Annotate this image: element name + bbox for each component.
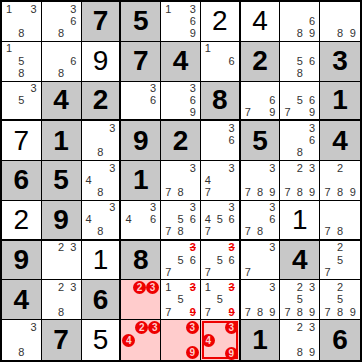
cell-r7c4[interactable]: 8 bbox=[121, 241, 161, 281]
cell-r5c6[interactable]: 347 bbox=[201, 161, 241, 201]
highlighted-candidate-2: 2 bbox=[135, 321, 148, 334]
cell-r7c7[interactable]: 37 bbox=[241, 241, 281, 281]
candidate-9: 9 bbox=[306, 346, 318, 359]
cell-r9c3[interactable]: 5 bbox=[82, 320, 122, 360]
highlighted-candidate-9: 9 bbox=[225, 347, 238, 360]
highlighted-candidate-slot-3: 3 bbox=[225, 321, 238, 334]
candidate-7: 7 bbox=[321, 266, 334, 278]
cell-r8c6[interactable]: 13579 bbox=[201, 280, 241, 320]
given-digit: 5 bbox=[121, 2, 160, 41]
candidate-6: 6 bbox=[226, 214, 238, 226]
candidate-7: 7 bbox=[202, 306, 214, 318]
pencil-marks: 138 bbox=[2, 2, 41, 41]
candidate-3: 3 bbox=[106, 162, 118, 174]
cell-r9c2[interactable]: 7 bbox=[42, 320, 82, 360]
given-digit: 9 bbox=[42, 201, 81, 239]
cell-r3c1[interactable]: 35 bbox=[2, 82, 42, 122]
cell-r6c2[interactable]: 9 bbox=[42, 201, 82, 241]
pencil-marks: 238 bbox=[42, 280, 81, 319]
candidate-3: 3 bbox=[226, 122, 238, 134]
candidate-7: 7 bbox=[321, 226, 334, 238]
pencil-marks: 34567 bbox=[201, 201, 239, 239]
candidate-7: 7 bbox=[162, 306, 174, 318]
candidate-8: 8 bbox=[294, 147, 306, 159]
eliminated-candidate-9: 9 bbox=[187, 306, 199, 318]
given-digit: 2 bbox=[161, 121, 200, 160]
solved-digit: 2 bbox=[2, 201, 41, 239]
candidate-2: 2 bbox=[294, 281, 306, 293]
cell-r9c6[interactable]: 349 bbox=[201, 320, 241, 360]
candidate-3: 3 bbox=[187, 202, 199, 214]
given-digit: 6 bbox=[82, 280, 120, 319]
cell-r9c4[interactable]: 234 bbox=[121, 320, 161, 360]
pencil-marks: 23 bbox=[42, 241, 81, 280]
candidate-6: 6 bbox=[266, 94, 278, 106]
candidate-1: 1 bbox=[162, 3, 174, 15]
cell-r5c7[interactable]: 3789 bbox=[241, 161, 281, 201]
candidate-8: 8 bbox=[174, 187, 186, 199]
highlighted-candidate-4: 4 bbox=[202, 334, 215, 347]
given-digit: 7 bbox=[42, 320, 81, 360]
candidate-5: 5 bbox=[174, 294, 186, 306]
cell-r7c9[interactable]: 257 bbox=[320, 241, 360, 281]
pencil-marks: 39 bbox=[161, 320, 200, 360]
pencil-marks: 2789 bbox=[320, 161, 360, 200]
given-digit: 4 bbox=[280, 241, 319, 280]
pencil-marks: 38 bbox=[82, 121, 120, 160]
cell-r6c1[interactable]: 2 bbox=[2, 201, 42, 241]
candidate-6: 6 bbox=[187, 15, 199, 27]
candidate-9: 9 bbox=[266, 306, 278, 318]
cell-r2c3[interactable]: 9 bbox=[82, 42, 122, 82]
eliminated-candidate-9: 9 bbox=[226, 306, 238, 318]
candidate-8: 8 bbox=[294, 306, 306, 318]
given-digit: 1 bbox=[121, 161, 160, 200]
candidate-7: 7 bbox=[162, 187, 174, 199]
given-digit: 4 bbox=[320, 121, 360, 160]
cell-r2c1[interactable]: 158 bbox=[2, 42, 42, 82]
candidate-3: 3 bbox=[306, 321, 318, 334]
candidate-8: 8 bbox=[55, 67, 67, 79]
highlighted-candidate-9: 9 bbox=[186, 346, 199, 359]
cell-r3c7[interactable]: 679 bbox=[241, 82, 281, 122]
cell-r3c9[interactable]: 1 bbox=[320, 82, 360, 122]
pencil-marks: 3678 bbox=[241, 201, 280, 239]
pencil-marks: 234 bbox=[121, 320, 160, 360]
cell-r7c1[interactable]: 9 bbox=[2, 241, 42, 281]
candidate-1: 1 bbox=[3, 43, 15, 55]
candidate-3: 3 bbox=[67, 242, 79, 254]
candidate-8: 8 bbox=[294, 67, 306, 79]
cell-r1c6[interactable]: 2 bbox=[201, 2, 241, 42]
candidate-7: 7 bbox=[162, 266, 174, 278]
candidate-8: 8 bbox=[55, 306, 67, 318]
cell-r3c5[interactable]: 369 bbox=[161, 82, 201, 122]
candidate-8: 8 bbox=[334, 187, 347, 199]
solved-digit: 9 bbox=[82, 42, 120, 81]
given-digit: 4 bbox=[42, 82, 81, 120]
pencil-marks: 369 bbox=[161, 82, 200, 120]
candidate-7: 7 bbox=[242, 266, 254, 278]
highlighted-candidate-3: 3 bbox=[146, 281, 159, 294]
cell-r5c2[interactable]: 5 bbox=[42, 161, 82, 201]
cell-r9c5[interactable]: 39 bbox=[161, 320, 201, 360]
candidate-5: 5 bbox=[174, 254, 186, 266]
candidate-3: 3 bbox=[106, 202, 118, 214]
highlighted-candidate-slot-9: 9 bbox=[186, 346, 199, 359]
candidate-3: 3 bbox=[28, 83, 40, 95]
candidate-3: 3 bbox=[226, 202, 238, 214]
candidate-3: 3 bbox=[266, 162, 278, 174]
pencil-marks: 68 bbox=[42, 42, 81, 81]
candidate-3: 3 bbox=[28, 321, 40, 334]
cell-r6c8[interactable]: 1 bbox=[280, 201, 320, 241]
candidate-3: 3 bbox=[306, 281, 318, 293]
candidate-6: 6 bbox=[67, 15, 79, 27]
cell-r2c5[interactable]: 4 bbox=[161, 42, 201, 82]
cell-r9c7[interactable]: 1 bbox=[241, 320, 281, 360]
candidate-3: 3 bbox=[306, 162, 318, 174]
cell-r6c4[interactable]: 346 bbox=[121, 201, 161, 241]
pencil-marks: 89 bbox=[320, 2, 360, 41]
solved-digit: 7 bbox=[2, 121, 41, 160]
candidate-7: 7 bbox=[162, 226, 174, 238]
cell-r5c5[interactable]: 378 bbox=[161, 161, 201, 201]
candidate-9: 9 bbox=[346, 187, 359, 199]
cell-r5c1[interactable]: 6 bbox=[2, 161, 42, 201]
pencil-marks: 368 bbox=[280, 121, 319, 160]
cell-r5c9[interactable]: 2789 bbox=[320, 161, 360, 201]
pencil-marks: 348 bbox=[82, 161, 120, 200]
cell-r1c3[interactable]: 7 bbox=[82, 2, 122, 42]
highlighted-candidate-3: 3 bbox=[225, 321, 238, 334]
candidate-9: 9 bbox=[266, 106, 278, 118]
cell-r1c1[interactable]: 138 bbox=[2, 2, 42, 42]
eliminated-candidate-3: 3 bbox=[226, 242, 238, 254]
pencil-marks: 257 bbox=[320, 241, 360, 280]
sudoku-board: 1383687513692468989158689741625683354236… bbox=[0, 0, 362, 362]
candidate-7: 7 bbox=[321, 187, 334, 199]
candidate-5: 5 bbox=[15, 55, 27, 67]
given-digit: 9 bbox=[2, 241, 41, 280]
pencil-marks: 3789 bbox=[241, 161, 280, 200]
candidate-8: 8 bbox=[55, 28, 67, 40]
candidate-6: 6 bbox=[306, 15, 318, 27]
cell-r1c7[interactable]: 4 bbox=[241, 2, 281, 42]
candidate-6: 6 bbox=[147, 94, 159, 106]
cell-r3c6[interactable]: 8 bbox=[201, 82, 241, 122]
cell-r4c3[interactable]: 38 bbox=[82, 121, 122, 161]
cell-r4c6[interactable]: 36 bbox=[201, 121, 241, 161]
candidate-8: 8 bbox=[294, 346, 306, 359]
candidate-9: 9 bbox=[346, 306, 359, 318]
candidate-8: 8 bbox=[254, 306, 266, 318]
pencil-marks: 2389 bbox=[280, 320, 319, 360]
pencil-marks: 368 bbox=[42, 2, 81, 41]
candidate-6: 6 bbox=[187, 254, 199, 266]
given-digit: 2 bbox=[241, 42, 280, 81]
cell-r4c8[interactable]: 368 bbox=[280, 121, 320, 161]
given-digit: 8 bbox=[121, 241, 160, 280]
given-digit: 5 bbox=[241, 121, 280, 160]
highlighted-candidate-4: 4 bbox=[122, 334, 135, 347]
candidate-9: 9 bbox=[306, 28, 318, 40]
cell-r7c6[interactable]: 3567 bbox=[201, 241, 241, 281]
cell-r6c9[interactable]: 78 bbox=[320, 201, 360, 241]
pencil-marks: 5679 bbox=[280, 82, 319, 120]
pencil-marks: 3567 bbox=[161, 241, 200, 280]
cell-r5c8[interactable]: 23789 bbox=[280, 161, 320, 201]
candidate-8: 8 bbox=[334, 306, 347, 318]
candidate-2: 2 bbox=[55, 242, 67, 254]
candidate-2: 2 bbox=[294, 321, 306, 334]
candidate-3: 3 bbox=[187, 83, 199, 95]
solved-digit: 1 bbox=[280, 201, 319, 239]
cell-r8c9[interactable]: 25789 bbox=[320, 280, 360, 320]
candidate-4: 4 bbox=[122, 214, 134, 226]
cell-r8c8[interactable]: 235789 bbox=[280, 280, 320, 320]
cell-r2c9[interactable]: 3 bbox=[320, 42, 360, 82]
candidate-8: 8 bbox=[174, 226, 186, 238]
cell-r8c5[interactable]: 13579 bbox=[161, 280, 201, 320]
candidate-7: 7 bbox=[202, 187, 214, 199]
cell-r4c4[interactable]: 9 bbox=[121, 121, 161, 161]
given-digit: 9 bbox=[121, 121, 160, 160]
candidate-7: 7 bbox=[281, 187, 293, 199]
candidate-6: 6 bbox=[306, 55, 318, 67]
candidate-9: 9 bbox=[187, 28, 199, 40]
highlighted-candidate-3: 3 bbox=[186, 321, 199, 334]
highlighted-candidate-slot-3: 3 bbox=[148, 321, 161, 334]
cell-r1c9[interactable]: 89 bbox=[320, 2, 360, 42]
candidate-1: 1 bbox=[3, 3, 15, 15]
cell-r6c6[interactable]: 34567 bbox=[201, 201, 241, 241]
candidate-9: 9 bbox=[306, 106, 318, 118]
candidate-1: 1 bbox=[202, 43, 214, 55]
candidate-3: 3 bbox=[266, 202, 278, 214]
candidate-2: 2 bbox=[334, 281, 347, 293]
cell-r8c4[interactable]: 23 bbox=[121, 280, 161, 320]
cell-r8c1[interactable]: 4 bbox=[2, 280, 42, 320]
cell-r4c1[interactable]: 7 bbox=[2, 121, 42, 161]
candidate-7: 7 bbox=[281, 306, 293, 318]
candidate-1: 1 bbox=[162, 281, 174, 293]
pencil-marks: 3567 bbox=[201, 241, 239, 280]
candidate-5: 5 bbox=[294, 294, 306, 306]
cell-r4c5[interactable]: 2 bbox=[161, 121, 201, 161]
given-digit: 7 bbox=[82, 2, 120, 41]
cell-r3c3[interactable]: 2 bbox=[82, 82, 122, 122]
candidate-6: 6 bbox=[306, 94, 318, 106]
candidate-8: 8 bbox=[15, 67, 27, 79]
candidate-8: 8 bbox=[15, 346, 27, 359]
cell-r7c2[interactable]: 23 bbox=[42, 241, 82, 281]
candidate-4: 4 bbox=[202, 214, 214, 226]
cell-r6c5[interactable]: 35678 bbox=[161, 201, 201, 241]
candidate-3: 3 bbox=[226, 162, 238, 174]
candidate-3: 3 bbox=[266, 281, 278, 293]
given-digit: 2 bbox=[82, 82, 120, 120]
highlighted-candidate-3: 3 bbox=[148, 321, 161, 334]
candidate-8: 8 bbox=[334, 28, 347, 40]
cell-r5c3[interactable]: 348 bbox=[82, 161, 122, 201]
candidate-6: 6 bbox=[266, 214, 278, 226]
solved-digit: 4 bbox=[241, 2, 280, 41]
candidate-4: 4 bbox=[202, 174, 214, 186]
cell-r6c3[interactable]: 348 bbox=[82, 201, 122, 241]
highlighted-candidate-2: 2 bbox=[133, 281, 146, 294]
cell-r3c4[interactable]: 36 bbox=[121, 82, 161, 122]
candidate-3: 3 bbox=[147, 83, 159, 95]
candidate-7: 7 bbox=[202, 226, 214, 238]
cell-r7c5[interactable]: 3567 bbox=[161, 241, 201, 281]
candidate-6: 6 bbox=[67, 55, 79, 67]
pencil-marks: 13579 bbox=[161, 280, 200, 319]
cell-r8c2[interactable]: 238 bbox=[42, 280, 82, 320]
candidate-7: 7 bbox=[242, 187, 254, 199]
cell-r2c2[interactable]: 68 bbox=[42, 42, 82, 82]
given-digit: 4 bbox=[161, 42, 200, 81]
candidate-9: 9 bbox=[187, 106, 199, 118]
cell-r4c2[interactable]: 1 bbox=[42, 121, 82, 161]
candidate-8: 8 bbox=[254, 187, 266, 199]
cell-r9c1[interactable]: 38 bbox=[2, 320, 42, 360]
highlighted-candidate-slot-3: 3 bbox=[146, 281, 159, 294]
cell-r9c8[interactable]: 2389 bbox=[280, 320, 320, 360]
candidate-6: 6 bbox=[306, 135, 318, 147]
candidate-3: 3 bbox=[28, 3, 40, 15]
candidate-8: 8 bbox=[94, 226, 106, 238]
pencil-marks: 347 bbox=[201, 161, 239, 200]
candidate-7: 7 bbox=[281, 106, 293, 118]
pencil-marks: 37 bbox=[241, 241, 280, 280]
candidate-9: 9 bbox=[306, 306, 318, 318]
cell-r4c7[interactable]: 5 bbox=[241, 121, 281, 161]
pencil-marks: 13579 bbox=[201, 280, 239, 319]
pencil-marks: 36 bbox=[121, 82, 160, 120]
eliminated-candidate-3: 3 bbox=[226, 281, 238, 293]
cell-r8c7[interactable]: 3789 bbox=[241, 280, 281, 320]
cell-r6c7[interactable]: 3678 bbox=[241, 201, 281, 241]
pencil-marks: 36 bbox=[201, 121, 239, 160]
candidate-3: 3 bbox=[67, 3, 79, 15]
candidate-1: 1 bbox=[202, 281, 214, 293]
given-digit: 7 bbox=[121, 42, 160, 81]
given-digit: 6 bbox=[320, 320, 360, 360]
given-digit: 1 bbox=[42, 121, 81, 160]
cell-r2c4[interactable]: 7 bbox=[121, 42, 161, 82]
eliminated-candidate-3: 3 bbox=[187, 242, 199, 254]
solved-digit: 5 bbox=[82, 320, 120, 360]
cell-r2c7[interactable]: 2 bbox=[241, 42, 281, 82]
pencil-marks: 158 bbox=[2, 42, 41, 81]
highlighted-candidate-slot-3: 3 bbox=[186, 321, 199, 334]
candidate-8: 8 bbox=[334, 226, 347, 238]
candidate-8: 8 bbox=[15, 28, 27, 40]
cell-r1c5[interactable]: 1369 bbox=[161, 2, 201, 42]
cell-r1c4[interactable]: 5 bbox=[121, 2, 161, 42]
candidate-7: 7 bbox=[202, 266, 214, 278]
pencil-marks: 16 bbox=[201, 42, 239, 81]
given-digit: 4 bbox=[2, 280, 41, 319]
candidate-6: 6 bbox=[187, 94, 199, 106]
cell-r5c4[interactable]: 1 bbox=[121, 161, 161, 201]
candidate-9: 9 bbox=[306, 187, 318, 199]
candidate-8: 8 bbox=[294, 187, 306, 199]
cell-r1c8[interactable]: 689 bbox=[280, 2, 320, 42]
cell-r2c8[interactable]: 568 bbox=[280, 42, 320, 82]
pencil-marks: 568 bbox=[280, 42, 319, 81]
given-digit: 3 bbox=[320, 42, 360, 81]
cell-r7c3[interactable]: 1 bbox=[82, 241, 122, 281]
pencil-marks: 78 bbox=[320, 201, 360, 239]
candidate-2: 2 bbox=[334, 242, 347, 254]
highlighted-candidate-slot-9: 9 bbox=[225, 347, 238, 360]
pencil-marks: 689 bbox=[280, 2, 319, 41]
given-digit: 6 bbox=[2, 161, 41, 200]
candidate-5: 5 bbox=[214, 294, 226, 306]
candidate-6: 6 bbox=[226, 254, 238, 266]
given-digit: 5 bbox=[42, 161, 81, 200]
candidate-5: 5 bbox=[174, 214, 186, 226]
cell-r7c8[interactable]: 4 bbox=[280, 241, 320, 281]
pencil-marks: 25789 bbox=[320, 280, 360, 319]
candidate-6: 6 bbox=[187, 214, 199, 226]
candidate-5: 5 bbox=[294, 55, 306, 67]
pencil-marks: 349 bbox=[201, 320, 239, 360]
pencil-marks: 679 bbox=[241, 82, 280, 120]
highlighted-candidate-slot-2: 2 bbox=[133, 281, 146, 294]
cell-r8c3[interactable]: 6 bbox=[82, 280, 122, 320]
pencil-marks: 35678 bbox=[161, 201, 200, 239]
given-digit: 1 bbox=[241, 320, 280, 360]
cell-r4c9[interactable]: 4 bbox=[320, 121, 360, 161]
pencil-marks: 3789 bbox=[241, 280, 280, 319]
candidate-5: 5 bbox=[294, 94, 306, 106]
cell-r1c2[interactable]: 368 bbox=[42, 2, 82, 42]
candidate-8: 8 bbox=[254, 226, 266, 238]
highlighted-candidate-slot-4: 4 bbox=[202, 334, 215, 347]
pencil-marks: 378 bbox=[161, 161, 200, 200]
candidate-5: 5 bbox=[334, 254, 347, 266]
eliminated-candidate-3: 3 bbox=[187, 281, 199, 293]
solved-digit: 2 bbox=[201, 2, 239, 41]
candidate-2: 2 bbox=[55, 281, 67, 293]
candidate-6: 6 bbox=[147, 214, 159, 226]
candidate-5: 5 bbox=[214, 254, 226, 266]
candidate-3: 3 bbox=[106, 122, 118, 134]
pencil-marks: 1369 bbox=[161, 2, 200, 41]
candidate-9: 9 bbox=[346, 28, 359, 40]
cell-r9c9[interactable]: 6 bbox=[320, 320, 360, 360]
candidate-5: 5 bbox=[334, 294, 347, 306]
candidate-7: 7 bbox=[242, 106, 254, 118]
candidate-7: 7 bbox=[242, 306, 254, 318]
candidate-3: 3 bbox=[67, 281, 79, 293]
candidate-4: 4 bbox=[83, 214, 95, 226]
cell-r3c2[interactable]: 4 bbox=[42, 82, 82, 122]
candidate-4: 4 bbox=[83, 174, 95, 186]
pencil-marks: 35 bbox=[2, 82, 41, 120]
pencil-marks: 23789 bbox=[280, 161, 319, 200]
given-digit: 8 bbox=[201, 82, 239, 120]
cell-r3c8[interactable]: 5679 bbox=[280, 82, 320, 122]
candidate-6: 6 bbox=[226, 55, 238, 67]
pencil-marks: 23 bbox=[121, 280, 160, 319]
given-digit: 1 bbox=[320, 82, 360, 120]
pencil-marks: 38 bbox=[2, 320, 41, 360]
cell-r2c6[interactable]: 16 bbox=[201, 42, 241, 82]
